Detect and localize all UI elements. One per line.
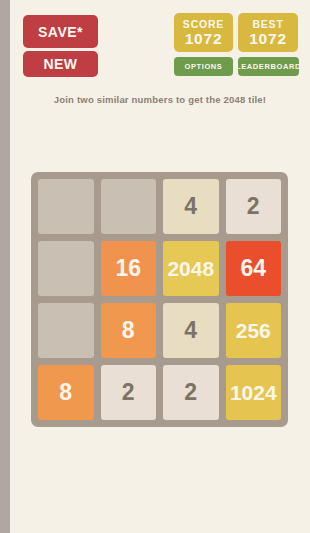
leaderboard-button[interactable]: LEADERBOARD [238, 57, 299, 76]
empty-cell [38, 179, 94, 234]
tile-2: 2 [101, 365, 157, 420]
tile-4: 4 [163, 303, 219, 358]
options-button[interactable]: OPTIONS [174, 57, 233, 76]
score-box: SCORE 1072 [174, 13, 233, 52]
best-box: BEST 1072 [238, 13, 298, 52]
best-value: 1072 [249, 30, 287, 48]
app-screen: SAVE* NEW SCORE 1072 BEST 1072 OPTIONS L… [10, 0, 310, 533]
tile-2048: 2048 [163, 241, 219, 296]
save-button[interactable]: SAVE* [23, 15, 98, 48]
best-label: BEST [252, 18, 283, 30]
new-button[interactable]: NEW [23, 51, 98, 77]
tile-16: 16 [101, 241, 157, 296]
score-label: SCORE [183, 18, 224, 30]
tile-64: 64 [226, 241, 282, 296]
empty-cell [38, 303, 94, 358]
tile-1024: 1024 [226, 365, 282, 420]
tile-4: 4 [163, 179, 219, 234]
tile-8: 8 [101, 303, 157, 358]
tile-8: 8 [38, 365, 94, 420]
empty-cell [38, 241, 94, 296]
empty-cell [101, 179, 157, 234]
tile-2: 2 [226, 179, 282, 234]
score-value: 1072 [185, 30, 223, 48]
tile-256: 256 [226, 303, 282, 358]
board[interactable]: 4216204864842568221024 [31, 172, 288, 427]
tagline: Join two similar numbers to get the 2048… [10, 94, 310, 105]
tile-2: 2 [163, 365, 219, 420]
